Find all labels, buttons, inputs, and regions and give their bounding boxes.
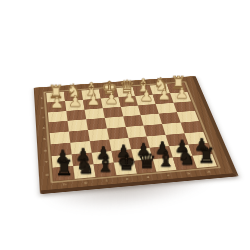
square-e2: ♟	[100, 97, 120, 108]
chess-board: 12345678 hgfedcba ♜♞♝♚♛♝♞♜♟♟♟♟♟♟♟♟♟♟♟♟♟♟…	[34, 76, 239, 194]
black-queen-piece: ♛	[136, 151, 157, 172]
square-h5	[50, 132, 70, 145]
white-pawn-piece: ♟	[84, 92, 102, 107]
file-label: e	[116, 175, 138, 182]
rank-label: 8	[43, 168, 52, 181]
square-f3	[84, 108, 104, 119]
square-c5	[144, 124, 166, 136]
white-pawn-piece: ♟	[102, 91, 120, 106]
rank-label: 6	[41, 144, 49, 156]
white-pawn-piece: ♟	[138, 88, 156, 103]
square-a2: ♟	[170, 92, 191, 103]
file-label: b	[178, 170, 200, 177]
file-label: g	[75, 179, 97, 186]
square-g2: ♟	[65, 100, 84, 111]
file-label: a	[198, 168, 220, 175]
square-d8: ♛	[133, 159, 156, 173]
board-grid: ♜♞♝♚♛♝♞♜♟♟♟♟♟♟♟♟♟♟♟♟♟♟♟♟♜♞♝♚♛♝♞♜	[46, 83, 217, 181]
square-h2: ♟	[47, 101, 66, 112]
black-king-piece: ♚	[116, 152, 137, 173]
white-pawn-piece: ♟	[66, 94, 84, 109]
black-bishop-piece: ♝	[156, 149, 176, 170]
rank-label: 5	[41, 133, 49, 145]
square-g8: ♞	[73, 164, 95, 178]
square-a5	[181, 121, 203, 133]
square-b2: ♟	[153, 93, 174, 104]
square-b8: ♞	[173, 156, 197, 170]
white-pawn-piece: ♟	[120, 90, 138, 105]
black-rook-piece: ♜	[54, 157, 75, 178]
rank-label: 4	[40, 123, 48, 134]
square-g4	[67, 119, 87, 131]
square-f4	[86, 118, 107, 130]
square-d2: ♟	[118, 96, 138, 107]
black-knight-piece: ♞	[176, 147, 196, 168]
white-pawn-piece: ♟	[48, 95, 66, 110]
black-rook-piece: ♜	[196, 145, 216, 165]
square-h8: ♜	[53, 166, 75, 181]
square-e3	[102, 107, 122, 118]
rank-label: 2	[38, 103, 45, 113]
white-pawn-piece: ♟	[173, 86, 191, 101]
file-label: h	[54, 181, 76, 188]
square-h4	[49, 121, 69, 133]
square-e8: ♚	[113, 161, 136, 175]
file-label: f	[96, 177, 118, 184]
square-c2: ♟	[136, 94, 156, 105]
black-knight-piece: ♞	[74, 156, 95, 177]
rank-label: 3	[39, 112, 47, 123]
black-bishop-piece: ♝	[95, 154, 116, 175]
square-f8: ♝	[93, 163, 116, 177]
square-f2: ♟	[83, 98, 103, 109]
square-d5	[125, 125, 147, 137]
file-label: d	[137, 174, 159, 181]
square-d4	[123, 115, 144, 127]
file-label: c	[157, 172, 179, 179]
white-pawn-piece: ♟	[155, 87, 173, 102]
chess-set-photo: 12345678 hgfedcba ♜♞♝♚♛♝♞♜♟♟♟♟♟♟♟♟♟♟♟♟♟♟…	[0, 0, 250, 250]
rank-label: 7	[42, 156, 50, 169]
